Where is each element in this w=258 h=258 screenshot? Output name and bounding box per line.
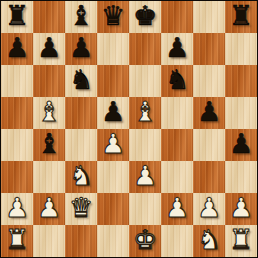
white-knight[interactable]: ♞	[69, 161, 93, 192]
square-b8[interactable]	[33, 1, 65, 33]
white-bishop[interactable]: ♝	[37, 97, 61, 128]
square-a5[interactable]	[1, 97, 33, 129]
square-b2[interactable]: ♟	[33, 193, 65, 225]
square-f4[interactable]	[161, 129, 193, 161]
square-f1[interactable]	[161, 225, 193, 257]
square-c1[interactable]	[65, 225, 97, 257]
black-queen[interactable]: ♛	[101, 1, 125, 32]
black-rook[interactable]: ♜	[229, 1, 253, 32]
square-c4[interactable]	[65, 129, 97, 161]
square-e7[interactable]	[129, 33, 161, 65]
square-h4[interactable]: ♟	[225, 129, 257, 161]
white-pawn[interactable]: ♟	[229, 193, 253, 224]
square-h7[interactable]	[225, 33, 257, 65]
square-d1[interactable]	[97, 225, 129, 257]
black-pawn[interactable]: ♟	[101, 97, 125, 128]
white-pawn[interactable]: ♟	[197, 193, 221, 224]
black-pawn[interactable]: ♟	[197, 97, 221, 128]
white-pawn[interactable]: ♟	[37, 193, 61, 224]
square-a3[interactable]	[1, 161, 33, 193]
square-g4[interactable]	[193, 129, 225, 161]
square-b4[interactable]: ♝	[33, 129, 65, 161]
black-bishop[interactable]: ♝	[37, 129, 61, 160]
white-rook[interactable]: ♜	[229, 225, 253, 256]
square-e4[interactable]	[129, 129, 161, 161]
square-a4[interactable]	[1, 129, 33, 161]
square-c7[interactable]: ♟	[65, 33, 97, 65]
square-e1[interactable]: ♚	[129, 225, 161, 257]
square-g6[interactable]	[193, 65, 225, 97]
black-pawn[interactable]: ♟	[165, 33, 189, 64]
square-h5[interactable]	[225, 97, 257, 129]
black-pawn[interactable]: ♟	[37, 33, 61, 64]
square-e2[interactable]	[129, 193, 161, 225]
white-pawn[interactable]: ♟	[101, 129, 125, 160]
square-a6[interactable]	[1, 65, 33, 97]
square-c8[interactable]: ♝	[65, 1, 97, 33]
white-rook[interactable]: ♜	[5, 225, 29, 256]
square-e6[interactable]	[129, 65, 161, 97]
square-b6[interactable]	[33, 65, 65, 97]
square-f8[interactable]	[161, 1, 193, 33]
square-h6[interactable]	[225, 65, 257, 97]
black-knight[interactable]: ♞	[69, 65, 93, 96]
square-a1[interactable]: ♜	[1, 225, 33, 257]
square-d7[interactable]	[97, 33, 129, 65]
square-c5[interactable]	[65, 97, 97, 129]
square-a7[interactable]: ♟	[1, 33, 33, 65]
square-a8[interactable]: ♜	[1, 1, 33, 33]
square-a2[interactable]: ♟	[1, 193, 33, 225]
square-h1[interactable]: ♜	[225, 225, 257, 257]
black-king[interactable]: ♚	[133, 1, 157, 32]
black-knight[interactable]: ♞	[165, 65, 189, 96]
square-f7[interactable]: ♟	[161, 33, 193, 65]
square-h2[interactable]: ♟	[225, 193, 257, 225]
square-e3[interactable]: ♟	[129, 161, 161, 193]
square-f5[interactable]	[161, 97, 193, 129]
square-e5[interactable]: ♝	[129, 97, 161, 129]
black-pawn[interactable]: ♟	[69, 33, 93, 64]
square-f2[interactable]: ♟	[161, 193, 193, 225]
square-f6[interactable]: ♞	[161, 65, 193, 97]
chess-board: ♜♝♛♚♜♟♟♟♟♞♞♝♟♝♟♝♟♟♞♟♟♟♛♟♟♟♜♚♞♜	[1, 1, 257, 257]
square-g1[interactable]: ♞	[193, 225, 225, 257]
white-king[interactable]: ♚	[133, 225, 157, 256]
white-pawn[interactable]: ♟	[133, 161, 157, 192]
square-b3[interactable]	[33, 161, 65, 193]
white-pawn[interactable]: ♟	[5, 193, 29, 224]
square-d4[interactable]: ♟	[97, 129, 129, 161]
square-h3[interactable]	[225, 161, 257, 193]
white-bishop[interactable]: ♝	[133, 97, 157, 128]
square-b1[interactable]	[33, 225, 65, 257]
square-d5[interactable]: ♟	[97, 97, 129, 129]
square-d6[interactable]	[97, 65, 129, 97]
black-bishop[interactable]: ♝	[69, 1, 93, 32]
square-g7[interactable]	[193, 33, 225, 65]
square-g3[interactable]	[193, 161, 225, 193]
square-b5[interactable]: ♝	[33, 97, 65, 129]
square-e8[interactable]: ♚	[129, 1, 161, 33]
white-queen[interactable]: ♛	[69, 193, 93, 224]
square-d2[interactable]	[97, 193, 129, 225]
square-b7[interactable]: ♟	[33, 33, 65, 65]
square-c2[interactable]: ♛	[65, 193, 97, 225]
square-h8[interactable]: ♜	[225, 1, 257, 33]
black-rook[interactable]: ♜	[5, 1, 29, 32]
square-d8[interactable]: ♛	[97, 1, 129, 33]
white-knight[interactable]: ♞	[197, 225, 221, 256]
square-g2[interactable]: ♟	[193, 193, 225, 225]
black-pawn[interactable]: ♟	[5, 33, 29, 64]
square-g5[interactable]: ♟	[193, 97, 225, 129]
square-c6[interactable]: ♞	[65, 65, 97, 97]
black-pawn[interactable]: ♟	[229, 129, 253, 160]
square-d3[interactable]	[97, 161, 129, 193]
square-c3[interactable]: ♞	[65, 161, 97, 193]
chess-board-frame: ♜♝♛♚♜♟♟♟♟♞♞♝♟♝♟♝♟♟♞♟♟♟♛♟♟♟♜♚♞♜	[0, 0, 258, 258]
white-pawn[interactable]: ♟	[165, 193, 189, 224]
square-f3[interactable]	[161, 161, 193, 193]
square-g8[interactable]	[193, 1, 225, 33]
